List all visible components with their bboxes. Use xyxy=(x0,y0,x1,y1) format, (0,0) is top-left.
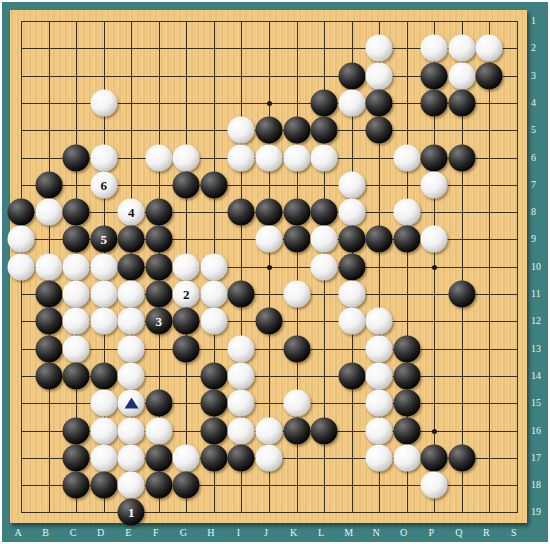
go-stone-black-C17[interactable] xyxy=(63,444,90,471)
go-stone-white-E16[interactable] xyxy=(118,417,145,444)
go-stone-white-G10[interactable] xyxy=(173,253,200,280)
go-stone-black-H17[interactable] xyxy=(200,444,227,471)
go-stone-black-E19[interactable]: 1 xyxy=(118,499,145,526)
coord-number-4: 4 xyxy=(531,97,547,109)
go-stone-white-L9[interactable] xyxy=(311,226,338,253)
go-stone-white-D6[interactable] xyxy=(90,144,117,171)
star-point xyxy=(432,265,437,270)
go-stone-white-H11[interactable] xyxy=(200,281,227,308)
go-stone-white-E18[interactable] xyxy=(118,472,145,499)
go-board[interactable]: 645231 xyxy=(10,10,527,523)
go-stone-black-K13[interactable] xyxy=(283,335,310,362)
go-stone-white-E12[interactable] xyxy=(118,308,145,335)
go-stone-white-A9[interactable] xyxy=(8,226,35,253)
go-stone-black-L16[interactable] xyxy=(311,417,338,444)
go-stone-black-F9[interactable] xyxy=(145,226,172,253)
coord-number-9: 9 xyxy=(531,233,547,245)
go-stone-white-J17[interactable] xyxy=(255,444,282,471)
go-stone-black-B12[interactable] xyxy=(35,308,62,335)
go-stone-white-G6[interactable] xyxy=(173,144,200,171)
go-stone-white-G17[interactable] xyxy=(173,444,200,471)
go-stone-black-C14[interactable] xyxy=(63,362,90,389)
go-stone-black-O14[interactable] xyxy=(393,362,420,389)
go-stone-white-D15[interactable] xyxy=(90,390,117,417)
coord-number-2: 2 xyxy=(531,42,547,54)
coord-number-19: 19 xyxy=(531,506,547,518)
go-stone-white-C10[interactable] xyxy=(63,253,90,280)
coord-number-17: 17 xyxy=(531,452,547,464)
go-stone-white-F16[interactable] xyxy=(145,417,172,444)
move-number-label: 4 xyxy=(128,206,135,219)
go-stone-black-B13[interactable] xyxy=(35,335,62,362)
star-point xyxy=(267,101,272,106)
go-stone-black-K16[interactable] xyxy=(283,417,310,444)
go-stone-black-N9[interactable] xyxy=(366,226,393,253)
go-stone-white-D10[interactable] xyxy=(90,253,117,280)
go-stone-white-N14[interactable] xyxy=(366,362,393,389)
go-stone-white-C11[interactable] xyxy=(63,281,90,308)
go-stone-white-P18[interactable] xyxy=(421,472,448,499)
go-stone-black-M3[interactable] xyxy=(338,62,365,89)
coord-number-11: 11 xyxy=(531,288,547,300)
go-stone-black-O13[interactable] xyxy=(393,335,420,362)
go-stone-white-M4[interactable] xyxy=(338,89,365,116)
coord-number-8: 8 xyxy=(531,206,547,218)
go-stone-white-I14[interactable] xyxy=(228,362,255,389)
go-stone-white-M8[interactable] xyxy=(338,199,365,226)
go-stone-black-P17[interactable] xyxy=(421,444,448,471)
go-stone-white-I5[interactable] xyxy=(228,117,255,144)
go-stone-black-F17[interactable] xyxy=(145,444,172,471)
go-stone-black-G18[interactable] xyxy=(173,472,200,499)
coord-letter-O: O xyxy=(397,527,411,538)
go-stone-black-E10[interactable] xyxy=(118,253,145,280)
go-stone-black-I17[interactable] xyxy=(228,444,255,471)
go-stone-black-K9[interactable] xyxy=(283,226,310,253)
go-stone-white-L6[interactable] xyxy=(311,144,338,171)
move-number-label: 1 xyxy=(128,506,135,519)
go-stone-black-J12[interactable] xyxy=(255,308,282,335)
go-stone-white-K6[interactable] xyxy=(283,144,310,171)
go-stone-black-L5[interactable] xyxy=(311,117,338,144)
coord-letter-Q: Q xyxy=(452,527,466,538)
go-stone-black-P6[interactable] xyxy=(421,144,448,171)
go-stone-black-M14[interactable] xyxy=(338,362,365,389)
go-stone-black-F10[interactable] xyxy=(145,253,172,280)
go-stone-black-G13[interactable] xyxy=(173,335,200,362)
go-stone-white-C13[interactable] xyxy=(63,335,90,362)
coord-letter-H: H xyxy=(204,527,218,538)
go-stone-white-D12[interactable] xyxy=(90,308,117,335)
go-stone-white-N13[interactable] xyxy=(366,335,393,362)
go-stone-white-R2[interactable] xyxy=(476,35,503,62)
go-stone-black-H15[interactable] xyxy=(200,390,227,417)
go-stone-white-C12[interactable] xyxy=(63,308,90,335)
go-stone-white-D11[interactable] xyxy=(90,281,117,308)
go-stone-black-F11[interactable] xyxy=(145,281,172,308)
go-stone-black-D18[interactable] xyxy=(90,472,117,499)
go-stone-white-O8[interactable] xyxy=(393,199,420,226)
go-stone-white-N15[interactable] xyxy=(366,390,393,417)
star-point xyxy=(432,429,437,434)
go-stone-black-N5[interactable] xyxy=(366,117,393,144)
go-stone-black-C18[interactable] xyxy=(63,472,90,499)
go-stone-white-E14[interactable] xyxy=(118,362,145,389)
go-stone-white-E8[interactable]: 4 xyxy=(118,199,145,226)
go-stone-white-P2[interactable] xyxy=(421,35,448,62)
go-stone-black-M10[interactable] xyxy=(338,253,365,280)
coord-letter-K: K xyxy=(287,527,301,538)
go-stone-white-E13[interactable] xyxy=(118,335,145,362)
coord-letter-I: I xyxy=(231,527,245,538)
go-stone-white-D7[interactable]: 6 xyxy=(90,171,117,198)
grid-vline xyxy=(489,21,490,513)
go-stone-black-D9[interactable]: 5 xyxy=(90,226,117,253)
go-stone-black-L4[interactable] xyxy=(311,89,338,116)
go-stone-black-P3[interactable] xyxy=(421,62,448,89)
go-stone-white-H10[interactable] xyxy=(200,253,227,280)
go-stone-black-E9[interactable] xyxy=(118,226,145,253)
go-stone-black-Q6[interactable] xyxy=(448,144,475,171)
go-stone-black-O16[interactable] xyxy=(393,417,420,444)
move-number-label: 5 xyxy=(100,233,107,246)
go-stone-white-B10[interactable] xyxy=(35,253,62,280)
go-stone-white-P7[interactable] xyxy=(421,171,448,198)
go-stone-white-D4[interactable] xyxy=(90,89,117,116)
go-stone-black-D14[interactable] xyxy=(90,362,117,389)
coord-number-1: 1 xyxy=(531,15,547,27)
go-stone-black-B11[interactable] xyxy=(35,281,62,308)
go-stone-black-O9[interactable] xyxy=(393,226,420,253)
coord-number-15: 15 xyxy=(531,397,547,409)
go-stone-white-J16[interactable] xyxy=(255,417,282,444)
go-stone-white-D16[interactable] xyxy=(90,417,117,444)
coord-letter-P: P xyxy=(424,527,438,538)
go-stone-black-M9[interactable] xyxy=(338,226,365,253)
go-stone-black-Q17[interactable] xyxy=(448,444,475,471)
go-stone-white-I16[interactable] xyxy=(228,417,255,444)
coord-letter-C: C xyxy=(66,527,80,538)
go-stone-black-Q11[interactable] xyxy=(448,281,475,308)
coord-number-3: 3 xyxy=(531,70,547,82)
go-stone-white-I15[interactable] xyxy=(228,390,255,417)
go-stone-white-O6[interactable] xyxy=(393,144,420,171)
go-stone-white-Q2[interactable] xyxy=(448,35,475,62)
go-stone-black-H7[interactable] xyxy=(200,171,227,198)
coord-letter-L: L xyxy=(314,527,328,538)
go-stone-white-Q3[interactable] xyxy=(448,62,475,89)
coord-number-10: 10 xyxy=(531,261,547,273)
go-stone-white-H12[interactable] xyxy=(200,308,227,335)
go-stone-black-H14[interactable] xyxy=(200,362,227,389)
go-stone-black-A8[interactable] xyxy=(8,199,35,226)
coord-number-14: 14 xyxy=(531,370,547,382)
go-stone-black-J5[interactable] xyxy=(255,117,282,144)
go-stone-black-G12[interactable] xyxy=(173,308,200,335)
go-stone-black-F8[interactable] xyxy=(145,199,172,226)
coord-letter-B: B xyxy=(39,527,53,538)
go-stone-white-E15[interactable] xyxy=(118,390,145,417)
go-stone-white-K11[interactable] xyxy=(283,281,310,308)
go-stone-black-F12[interactable]: 3 xyxy=(145,308,172,335)
go-stone-white-N17[interactable] xyxy=(366,444,393,471)
coord-letter-G: G xyxy=(176,527,190,538)
go-stone-black-O15[interactable] xyxy=(393,390,420,417)
coord-number-18: 18 xyxy=(531,479,547,491)
coord-letter-R: R xyxy=(479,527,493,538)
go-stone-black-G7[interactable] xyxy=(173,171,200,198)
go-stone-black-F15[interactable] xyxy=(145,390,172,417)
go-stone-black-N4[interactable] xyxy=(366,89,393,116)
go-stone-white-A10[interactable] xyxy=(8,253,35,280)
go-stone-white-P9[interactable] xyxy=(421,226,448,253)
go-stone-black-B14[interactable] xyxy=(35,362,62,389)
go-stone-white-N2[interactable] xyxy=(366,35,393,62)
coord-number-6: 6 xyxy=(531,152,547,164)
coord-letter-F: F xyxy=(149,527,163,538)
coord-number-5: 5 xyxy=(531,124,547,136)
go-stone-black-B7[interactable] xyxy=(35,171,62,198)
go-stone-white-M12[interactable] xyxy=(338,308,365,335)
go-stone-white-F6[interactable] xyxy=(145,144,172,171)
star-point xyxy=(267,265,272,270)
coord-letter-A: A xyxy=(11,527,25,538)
grid-vline xyxy=(517,21,518,513)
coord-number-13: 13 xyxy=(531,343,547,355)
go-stone-black-I8[interactable] xyxy=(228,199,255,226)
coord-letter-E: E xyxy=(121,527,135,538)
go-stone-white-I13[interactable] xyxy=(228,335,255,362)
go-stone-black-H16[interactable] xyxy=(200,417,227,444)
go-stone-black-P4[interactable] xyxy=(421,89,448,116)
coord-letter-M: M xyxy=(342,527,356,538)
go-stone-black-C8[interactable] xyxy=(63,199,90,226)
move-number-label: 6 xyxy=(100,178,107,191)
go-stone-white-I6[interactable] xyxy=(228,144,255,171)
go-stone-white-D17[interactable] xyxy=(90,444,117,471)
coord-number-7: 7 xyxy=(531,179,547,191)
go-stone-black-I11[interactable] xyxy=(228,281,255,308)
go-stone-white-E11[interactable] xyxy=(118,281,145,308)
go-stone-white-N16[interactable] xyxy=(366,417,393,444)
go-stone-black-K5[interactable] xyxy=(283,117,310,144)
move-number-label: 3 xyxy=(156,315,163,328)
move-number-label: 2 xyxy=(183,288,190,301)
go-stone-black-R3[interactable] xyxy=(476,62,503,89)
go-stone-white-N3[interactable] xyxy=(366,62,393,89)
go-stone-white-M11[interactable] xyxy=(338,281,365,308)
coord-number-16: 16 xyxy=(531,425,547,437)
go-stone-black-L8[interactable] xyxy=(311,199,338,226)
go-stone-black-J8[interactable] xyxy=(255,199,282,226)
coord-letter-N: N xyxy=(369,527,383,538)
go-stone-white-E17[interactable] xyxy=(118,444,145,471)
go-stone-black-Q4[interactable] xyxy=(448,89,475,116)
go-stone-white-K15[interactable] xyxy=(283,390,310,417)
go-stone-white-J9[interactable] xyxy=(255,226,282,253)
coord-letter-D: D xyxy=(94,527,108,538)
go-stone-black-K8[interactable] xyxy=(283,199,310,226)
go-stone-white-M7[interactable] xyxy=(338,171,365,198)
go-stone-white-O17[interactable] xyxy=(393,444,420,471)
triangle-marker xyxy=(124,397,138,408)
coord-number-12: 12 xyxy=(531,315,547,327)
go-stone-white-J6[interactable] xyxy=(255,144,282,171)
go-stone-white-L10[interactable] xyxy=(311,253,338,280)
go-stone-black-C9[interactable] xyxy=(63,226,90,253)
coord-letter-S: S xyxy=(507,527,521,538)
go-stone-white-G11[interactable]: 2 xyxy=(173,281,200,308)
teal-frame: 645231 ABCDEFGHIJKLMNOPQRS 1234567891011… xyxy=(2,2,548,542)
go-stone-black-C16[interactable] xyxy=(63,417,90,444)
go-stone-white-N12[interactable] xyxy=(366,308,393,335)
coord-letter-J: J xyxy=(259,527,273,538)
go-stone-white-B8[interactable] xyxy=(35,199,62,226)
go-stone-black-F18[interactable] xyxy=(145,472,172,499)
go-stone-black-C6[interactable] xyxy=(63,144,90,171)
